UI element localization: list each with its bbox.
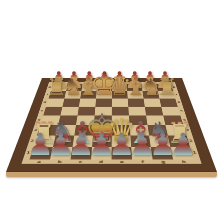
piece-white-pawn-h1[interactable]: ♟ <box>168 130 199 161</box>
rank-label-left-6: 6 <box>42 101 48 104</box>
rank-label-right-6: 6 <box>176 101 182 104</box>
board-edge <box>6 172 217 177</box>
rank-label-right-5: 5 <box>179 109 185 112</box>
rank-label-left-5: 5 <box>39 109 45 112</box>
product-photo-scene: abcdefgh8877665544332211 ♟♟♟♟♟♟♟♟♜♞♝♚♛♝♞… <box>0 0 222 222</box>
piece-black-rook-h7[interactable]: ♜ <box>155 76 179 100</box>
square-h5[interactable] <box>161 107 180 116</box>
